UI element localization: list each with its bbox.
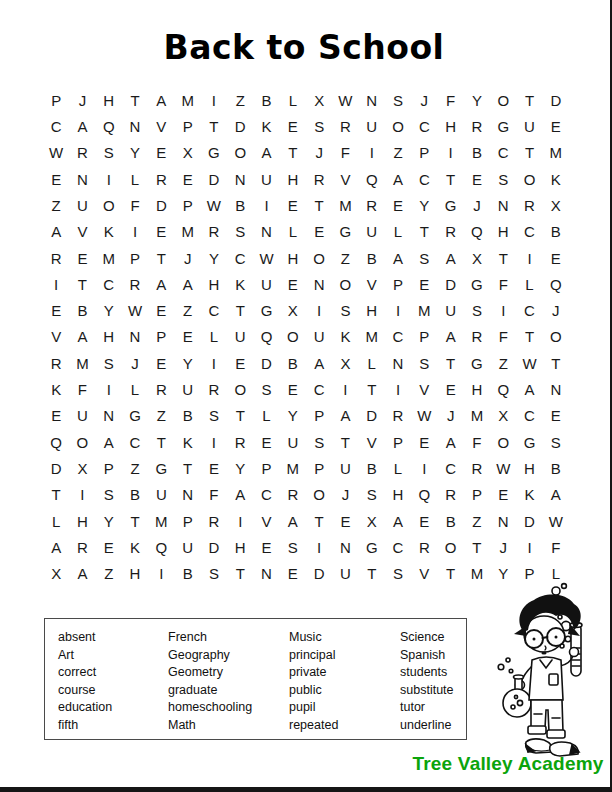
grid-cell-r15c3[interactable]: P xyxy=(96,455,122,481)
grid-cell-r1c5[interactable]: A xyxy=(148,87,174,113)
grid-cell-r5c20[interactable]: X xyxy=(543,192,569,218)
grid-cell-r10c5[interactable]: P xyxy=(148,324,174,350)
grid-cell-r10c4[interactable]: N xyxy=(122,324,148,350)
grid-cell-r5c19[interactable]: R xyxy=(516,192,542,218)
grid-cell-r16c3[interactable]: S xyxy=(96,482,122,508)
grid-cell-r13c14[interactable]: R xyxy=(385,403,411,429)
grid-cell-r19c6[interactable]: B xyxy=(174,561,200,587)
grid-cell-r10c8[interactable]: U xyxy=(227,324,253,350)
grid-cell-r6c20[interactable]: B xyxy=(543,219,569,245)
grid-cell-r19c1[interactable]: X xyxy=(43,561,69,587)
grid-cell-r5c12[interactable]: M xyxy=(332,192,358,218)
grid-cell-r2c8[interactable]: D xyxy=(227,113,253,139)
grid-cell-r15c9[interactable]: P xyxy=(253,455,279,481)
grid-cell-r3c16[interactable]: I xyxy=(437,140,463,166)
grid-cell-r5c18[interactable]: N xyxy=(490,192,516,218)
grid-cell-r15c16[interactable]: C xyxy=(437,455,463,481)
grid-cell-r12c4[interactable]: L xyxy=(122,376,148,402)
grid-cell-r4c2[interactable]: N xyxy=(69,166,95,192)
grid-cell-r9c1[interactable]: E xyxy=(43,298,69,324)
grid-cell-r14c5[interactable]: T xyxy=(148,429,174,455)
grid-cell-r11c9[interactable]: D xyxy=(253,350,279,376)
grid-cell-r17c12[interactable]: E xyxy=(332,508,358,534)
grid-cell-r6c7[interactable]: R xyxy=(201,219,227,245)
grid-cell-r2c13[interactable]: U xyxy=(359,113,385,139)
grid-cell-r18c14[interactable]: C xyxy=(385,534,411,560)
grid-cell-r5c10[interactable]: E xyxy=(280,192,306,218)
grid-cell-r6c12[interactable]: G xyxy=(332,219,358,245)
grid-cell-r14c20[interactable]: S xyxy=(543,429,569,455)
grid-cell-r15c12[interactable]: U xyxy=(332,455,358,481)
grid-cell-r18c2[interactable]: R xyxy=(69,534,95,560)
grid-cell-r8c6[interactable]: A xyxy=(174,271,200,297)
grid-cell-r15c4[interactable]: Z xyxy=(122,455,148,481)
grid-cell-r7c13[interactable]: B xyxy=(359,245,385,271)
grid-cell-r9c15[interactable]: M xyxy=(411,298,437,324)
grid-cell-r13c19[interactable]: C xyxy=(516,403,542,429)
grid-cell-r6c1[interactable]: A xyxy=(43,219,69,245)
grid-cell-r4c17[interactable]: E xyxy=(464,166,490,192)
grid-cell-r16c11[interactable]: O xyxy=(306,482,332,508)
grid-cell-r2c1[interactable]: C xyxy=(43,113,69,139)
grid-cell-r3c2[interactable]: R xyxy=(69,140,95,166)
grid-cell-r2c9[interactable]: K xyxy=(253,113,279,139)
grid-cell-r3c4[interactable]: Y xyxy=(122,140,148,166)
grid-cell-r10c19[interactable]: T xyxy=(516,324,542,350)
grid-cell-r9c9[interactable]: G xyxy=(253,298,279,324)
grid-cell-r18c17[interactable]: T xyxy=(464,534,490,560)
grid-cell-r18c19[interactable]: I xyxy=(516,534,542,560)
grid-cell-r19c7[interactable]: S xyxy=(201,561,227,587)
grid-cell-r5c17[interactable]: J xyxy=(464,192,490,218)
grid-cell-r16c13[interactable]: S xyxy=(359,482,385,508)
grid-cell-r18c4[interactable]: K xyxy=(122,534,148,560)
grid-cell-r15c5[interactable]: G xyxy=(148,455,174,481)
grid-cell-r13c3[interactable]: N xyxy=(96,403,122,429)
grid-cell-r10c9[interactable]: Q xyxy=(253,324,279,350)
grid-cell-r1c11[interactable]: X xyxy=(306,87,332,113)
grid-cell-r8c18[interactable]: F xyxy=(490,271,516,297)
grid-cell-r12c13[interactable]: T xyxy=(359,376,385,402)
grid-cell-r8c19[interactable]: L xyxy=(516,271,542,297)
grid-cell-r4c12[interactable]: V xyxy=(332,166,358,192)
grid-cell-r14c17[interactable]: F xyxy=(464,429,490,455)
grid-cell-r6c14[interactable]: L xyxy=(385,219,411,245)
grid-cell-r11c1[interactable]: R xyxy=(43,350,69,376)
grid-cell-r11c6[interactable]: Y xyxy=(174,350,200,376)
grid-cell-r15c20[interactable]: B xyxy=(543,455,569,481)
grid-cell-r14c19[interactable]: G xyxy=(516,429,542,455)
grid-cell-r2c18[interactable]: G xyxy=(490,113,516,139)
grid-cell-r4c19[interactable]: O xyxy=(516,166,542,192)
grid-cell-r1c9[interactable]: B xyxy=(253,87,279,113)
grid-cell-r6c17[interactable]: Q xyxy=(464,219,490,245)
grid-cell-r17c19[interactable]: D xyxy=(516,508,542,534)
grid-cell-r17c4[interactable]: T xyxy=(122,508,148,534)
grid-cell-r13c5[interactable]: Z xyxy=(148,403,174,429)
grid-cell-r1c7[interactable]: I xyxy=(201,87,227,113)
grid-cell-r2c10[interactable]: E xyxy=(280,113,306,139)
grid-cell-r3c7[interactable]: G xyxy=(201,140,227,166)
grid-cell-r4c15[interactable]: C xyxy=(411,166,437,192)
grid-cell-r3c11[interactable]: J xyxy=(306,140,332,166)
grid-cell-r11c5[interactable]: E xyxy=(148,350,174,376)
grid-cell-r12c8[interactable]: O xyxy=(227,376,253,402)
grid-cell-r5c7[interactable]: W xyxy=(201,192,227,218)
grid-cell-r12c9[interactable]: S xyxy=(253,376,279,402)
grid-cell-r9c18[interactable]: I xyxy=(490,298,516,324)
grid-cell-r12c16[interactable]: E xyxy=(437,376,463,402)
grid-cell-r2c15[interactable]: C xyxy=(411,113,437,139)
grid-cell-r4c8[interactable]: N xyxy=(227,166,253,192)
grid-cell-r7c3[interactable]: M xyxy=(96,245,122,271)
grid-cell-r10c3[interactable]: H xyxy=(96,324,122,350)
grid-cell-r5c8[interactable]: B xyxy=(227,192,253,218)
grid-cell-r12c20[interactable]: N xyxy=(543,376,569,402)
grid-cell-r12c12[interactable]: I xyxy=(332,376,358,402)
grid-cell-r18c11[interactable]: I xyxy=(306,534,332,560)
grid-cell-r13c6[interactable]: B xyxy=(174,403,200,429)
grid-cell-r16c16[interactable]: R xyxy=(437,482,463,508)
grid-cell-r9c13[interactable]: H xyxy=(359,298,385,324)
grid-cell-r5c5[interactable]: D xyxy=(148,192,174,218)
grid-cell-r1c14[interactable]: S xyxy=(385,87,411,113)
grid-cell-r1c17[interactable]: Y xyxy=(464,87,490,113)
grid-cell-r16c18[interactable]: E xyxy=(490,482,516,508)
grid-cell-r2c11[interactable]: S xyxy=(306,113,332,139)
grid-cell-r8c13[interactable]: V xyxy=(359,271,385,297)
grid-cell-r11c3[interactable]: S xyxy=(96,350,122,376)
grid-cell-r17c15[interactable]: E xyxy=(411,508,437,534)
grid-cell-r11c8[interactable]: E xyxy=(227,350,253,376)
grid-cell-r2c19[interactable]: U xyxy=(516,113,542,139)
grid-cell-r18c16[interactable]: O xyxy=(437,534,463,560)
grid-cell-r16c10[interactable]: R xyxy=(280,482,306,508)
grid-cell-r11c12[interactable]: X xyxy=(332,350,358,376)
grid-cell-r8c3[interactable]: C xyxy=(96,271,122,297)
grid-cell-r6c15[interactable]: T xyxy=(411,219,437,245)
grid-cell-r4c16[interactable]: T xyxy=(437,166,463,192)
grid-cell-r15c18[interactable]: W xyxy=(490,455,516,481)
grid-cell-r12c1[interactable]: K xyxy=(43,376,69,402)
grid-cell-r8c8[interactable]: K xyxy=(227,271,253,297)
grid-cell-r19c5[interactable]: I xyxy=(148,561,174,587)
grid-cell-r9c20[interactable]: J xyxy=(543,298,569,324)
grid-cell-r18c10[interactable]: S xyxy=(280,534,306,560)
grid-cell-r12c6[interactable]: U xyxy=(174,376,200,402)
grid-cell-r8c4[interactable]: R xyxy=(122,271,148,297)
grid-cell-r2c4[interactable]: N xyxy=(122,113,148,139)
grid-cell-r11c11[interactable]: A xyxy=(306,350,332,376)
grid-cell-r11c13[interactable]: L xyxy=(359,350,385,376)
grid-cell-r11c4[interactable]: J xyxy=(122,350,148,376)
grid-cell-r3c3[interactable]: S xyxy=(96,140,122,166)
grid-cell-r16c6[interactable]: N xyxy=(174,482,200,508)
grid-cell-r10c16[interactable]: A xyxy=(437,324,463,350)
grid-cell-r16c15[interactable]: Q xyxy=(411,482,437,508)
grid-cell-r14c1[interactable]: Q xyxy=(43,429,69,455)
grid-cell-r4c3[interactable]: I xyxy=(96,166,122,192)
grid-cell-r17c7[interactable]: R xyxy=(201,508,227,534)
grid-cell-r7c14[interactable]: A xyxy=(385,245,411,271)
grid-cell-r12c11[interactable]: C xyxy=(306,376,332,402)
grid-cell-r16c14[interactable]: H xyxy=(385,482,411,508)
grid-cell-r3c13[interactable]: I xyxy=(359,140,385,166)
grid-cell-r8c14[interactable]: P xyxy=(385,271,411,297)
grid-cell-r19c4[interactable]: H xyxy=(122,561,148,587)
grid-cell-r11c19[interactable]: W xyxy=(516,350,542,376)
grid-cell-r4c18[interactable]: S xyxy=(490,166,516,192)
grid-cell-r6c9[interactable]: N xyxy=(253,219,279,245)
grid-cell-r7c17[interactable]: X xyxy=(464,245,490,271)
grid-cell-r7c1[interactable]: R xyxy=(43,245,69,271)
grid-cell-r11c16[interactable]: T xyxy=(437,350,463,376)
grid-cell-r8c15[interactable]: E xyxy=(411,271,437,297)
grid-cell-r4c6[interactable]: E xyxy=(174,166,200,192)
grid-cell-r6c10[interactable]: L xyxy=(280,219,306,245)
grid-cell-r1c12[interactable]: W xyxy=(332,87,358,113)
grid-cell-r3c15[interactable]: P xyxy=(411,140,437,166)
grid-cell-r18c3[interactable]: E xyxy=(96,534,122,560)
grid-cell-r6c8[interactable]: S xyxy=(227,219,253,245)
grid-cell-r3c17[interactable]: B xyxy=(464,140,490,166)
grid-cell-r14c16[interactable]: A xyxy=(437,429,463,455)
grid-cell-r7c7[interactable]: Y xyxy=(201,245,227,271)
grid-cell-r19c2[interactable]: A xyxy=(69,561,95,587)
grid-cell-r6c11[interactable]: E xyxy=(306,219,332,245)
grid-cell-r6c3[interactable]: K xyxy=(96,219,122,245)
grid-cell-r3c18[interactable]: C xyxy=(490,140,516,166)
grid-cell-r5c4[interactable]: F xyxy=(122,192,148,218)
grid-cell-r11c2[interactable]: M xyxy=(69,350,95,376)
grid-cell-r4c20[interactable]: K xyxy=(543,166,569,192)
grid-cell-r2c17[interactable]: R xyxy=(464,113,490,139)
grid-cell-r13c2[interactable]: U xyxy=(69,403,95,429)
grid-cell-r13c17[interactable]: M xyxy=(464,403,490,429)
grid-cell-r12c10[interactable]: E xyxy=(280,376,306,402)
grid-cell-r4c1[interactable]: E xyxy=(43,166,69,192)
grid-cell-r3c9[interactable]: A xyxy=(253,140,279,166)
grid-cell-r7c11[interactable]: O xyxy=(306,245,332,271)
grid-cell-r13c8[interactable]: T xyxy=(227,403,253,429)
grid-cell-r14c2[interactable]: O xyxy=(69,429,95,455)
grid-cell-r8c7[interactable]: H xyxy=(201,271,227,297)
grid-cell-r1c19[interactable]: T xyxy=(516,87,542,113)
grid-cell-r10c11[interactable]: U xyxy=(306,324,332,350)
grid-cell-r14c3[interactable]: A xyxy=(96,429,122,455)
grid-cell-r15c8[interactable]: Y xyxy=(227,455,253,481)
grid-cell-r7c10[interactable]: H xyxy=(280,245,306,271)
grid-cell-r11c7[interactable]: I xyxy=(201,350,227,376)
grid-cell-r13c16[interactable]: J xyxy=(437,403,463,429)
grid-cell-r1c3[interactable]: H xyxy=(96,87,122,113)
grid-cell-r5c16[interactable]: G xyxy=(437,192,463,218)
grid-cell-r19c10[interactable]: E xyxy=(280,561,306,587)
grid-cell-r14c10[interactable]: U xyxy=(280,429,306,455)
grid-cell-r16c12[interactable]: J xyxy=(332,482,358,508)
grid-cell-r9c6[interactable]: Z xyxy=(174,298,200,324)
grid-cell-r7c6[interactable]: J xyxy=(174,245,200,271)
grid-cell-r17c6[interactable]: P xyxy=(174,508,200,534)
grid-cell-r5c3[interactable]: O xyxy=(96,192,122,218)
grid-cell-r9c8[interactable]: T xyxy=(227,298,253,324)
grid-cell-r2c20[interactable]: E xyxy=(543,113,569,139)
grid-cell-r13c11[interactable]: P xyxy=(306,403,332,429)
grid-cell-r10c20[interactable]: O xyxy=(543,324,569,350)
grid-cell-r2c5[interactable]: V xyxy=(148,113,174,139)
grid-cell-r5c6[interactable]: P xyxy=(174,192,200,218)
grid-cell-r15c2[interactable]: X xyxy=(69,455,95,481)
grid-cell-r10c12[interactable]: K xyxy=(332,324,358,350)
grid-cell-r14c12[interactable]: T xyxy=(332,429,358,455)
grid-cell-r8c20[interactable]: Q xyxy=(543,271,569,297)
grid-cell-r12c17[interactable]: H xyxy=(464,376,490,402)
grid-cell-r7c19[interactable]: I xyxy=(516,245,542,271)
grid-cell-r13c15[interactable]: W xyxy=(411,403,437,429)
grid-cell-r1c13[interactable]: N xyxy=(359,87,385,113)
grid-cell-r2c14[interactable]: O xyxy=(385,113,411,139)
grid-cell-r7c9[interactable]: W xyxy=(253,245,279,271)
grid-cell-r11c20[interactable]: T xyxy=(543,350,569,376)
grid-cell-r17c10[interactable]: A xyxy=(280,508,306,534)
grid-cell-r10c13[interactable]: M xyxy=(359,324,385,350)
grid-cell-r18c8[interactable]: H xyxy=(227,534,253,560)
grid-cell-r16c20[interactable]: A xyxy=(543,482,569,508)
grid-cell-r12c14[interactable]: I xyxy=(385,376,411,402)
grid-cell-r16c9[interactable]: C xyxy=(253,482,279,508)
grid-cell-r7c8[interactable]: C xyxy=(227,245,253,271)
grid-cell-r18c13[interactable]: G xyxy=(359,534,385,560)
grid-cell-r2c2[interactable]: A xyxy=(69,113,95,139)
grid-cell-r9c4[interactable]: W xyxy=(122,298,148,324)
grid-cell-r9c12[interactable]: S xyxy=(332,298,358,324)
grid-cell-r17c3[interactable]: Y xyxy=(96,508,122,534)
grid-cell-r3c19[interactable]: T xyxy=(516,140,542,166)
grid-cell-r10c6[interactable]: E xyxy=(174,324,200,350)
grid-cell-r18c18[interactable]: J xyxy=(490,534,516,560)
grid-cell-r1c2[interactable]: J xyxy=(69,87,95,113)
grid-cell-r19c3[interactable]: Z xyxy=(96,561,122,587)
grid-cell-r1c6[interactable]: M xyxy=(174,87,200,113)
grid-cell-r8c17[interactable]: G xyxy=(464,271,490,297)
grid-cell-r14c14[interactable]: P xyxy=(385,429,411,455)
grid-cell-r17c5[interactable]: M xyxy=(148,508,174,534)
grid-cell-r9c3[interactable]: Y xyxy=(96,298,122,324)
grid-cell-r8c5[interactable]: A xyxy=(148,271,174,297)
grid-cell-r10c2[interactable]: A xyxy=(69,324,95,350)
grid-cell-r5c15[interactable]: Y xyxy=(411,192,437,218)
grid-cell-r4c7[interactable]: D xyxy=(201,166,227,192)
grid-cell-r14c15[interactable]: E xyxy=(411,429,437,455)
grid-cell-r10c7[interactable]: L xyxy=(201,324,227,350)
grid-cell-r12c19[interactable]: A xyxy=(516,376,542,402)
grid-cell-r17c20[interactable]: W xyxy=(543,508,569,534)
grid-cell-r8c10[interactable]: E xyxy=(280,271,306,297)
grid-cell-r9c14[interactable]: I xyxy=(385,298,411,324)
grid-cell-r8c1[interactable]: I xyxy=(43,271,69,297)
grid-cell-r9c19[interactable]: C xyxy=(516,298,542,324)
grid-cell-r16c8[interactable]: A xyxy=(227,482,253,508)
grid-cell-r9c7[interactable]: C xyxy=(201,298,227,324)
grid-cell-r5c1[interactable]: Z xyxy=(43,192,69,218)
grid-cell-r13c7[interactable]: S xyxy=(201,403,227,429)
grid-cell-r18c12[interactable]: N xyxy=(332,534,358,560)
grid-cell-r17c8[interactable]: I xyxy=(227,508,253,534)
grid-cell-r4c11[interactable]: R xyxy=(306,166,332,192)
grid-cell-r15c13[interactable]: B xyxy=(359,455,385,481)
grid-cell-r1c1[interactable]: P xyxy=(43,87,69,113)
grid-cell-r9c16[interactable]: U xyxy=(437,298,463,324)
grid-cell-r16c17[interactable]: P xyxy=(464,482,490,508)
grid-cell-r17c16[interactable]: B xyxy=(437,508,463,534)
grid-cell-r17c14[interactable]: A xyxy=(385,508,411,534)
grid-cell-r3c5[interactable]: E xyxy=(148,140,174,166)
grid-cell-r2c3[interactable]: Q xyxy=(96,113,122,139)
grid-cell-r15c1[interactable]: D xyxy=(43,455,69,481)
grid-cell-r12c3[interactable]: I xyxy=(96,376,122,402)
grid-cell-r17c11[interactable]: T xyxy=(306,508,332,534)
grid-cell-r10c17[interactable]: R xyxy=(464,324,490,350)
grid-cell-r2c7[interactable]: T xyxy=(201,113,227,139)
grid-cell-r11c10[interactable]: B xyxy=(280,350,306,376)
grid-cell-r7c12[interactable]: Z xyxy=(332,245,358,271)
grid-cell-r4c14[interactable]: A xyxy=(385,166,411,192)
grid-cell-r17c17[interactable]: Z xyxy=(464,508,490,534)
grid-cell-r5c13[interactable]: R xyxy=(359,192,385,218)
grid-cell-r8c12[interactable]: O xyxy=(332,271,358,297)
grid-cell-r16c7[interactable]: F xyxy=(201,482,227,508)
grid-cell-r7c2[interactable]: E xyxy=(69,245,95,271)
grid-cell-r3c6[interactable]: X xyxy=(174,140,200,166)
grid-cell-r15c15[interactable]: I xyxy=(411,455,437,481)
grid-cell-r4c9[interactable]: U xyxy=(253,166,279,192)
grid-cell-r10c1[interactable]: V xyxy=(43,324,69,350)
grid-cell-r3c1[interactable]: W xyxy=(43,140,69,166)
grid-cell-r15c10[interactable]: M xyxy=(280,455,306,481)
grid-cell-r19c13[interactable]: T xyxy=(359,561,385,587)
grid-cell-r1c4[interactable]: T xyxy=(122,87,148,113)
grid-cell-r10c10[interactable]: O xyxy=(280,324,306,350)
grid-cell-r5c2[interactable]: U xyxy=(69,192,95,218)
grid-cell-r4c13[interactable]: Q xyxy=(359,166,385,192)
grid-cell-r7c16[interactable]: A xyxy=(437,245,463,271)
grid-cell-r17c1[interactable]: L xyxy=(43,508,69,534)
grid-cell-r3c12[interactable]: F xyxy=(332,140,358,166)
grid-cell-r18c15[interactable]: R xyxy=(411,534,437,560)
grid-cell-r17c13[interactable]: X xyxy=(359,508,385,534)
grid-cell-r7c4[interactable]: P xyxy=(122,245,148,271)
grid-cell-r14c4[interactable]: C xyxy=(122,429,148,455)
grid-cell-r14c11[interactable]: S xyxy=(306,429,332,455)
grid-cell-r13c1[interactable]: E xyxy=(43,403,69,429)
grid-cell-r15c6[interactable]: T xyxy=(174,455,200,481)
grid-cell-r6c16[interactable]: R xyxy=(437,219,463,245)
grid-cell-r2c16[interactable]: H xyxy=(437,113,463,139)
grid-cell-r12c18[interactable]: Q xyxy=(490,376,516,402)
grid-cell-r4c5[interactable]: R xyxy=(148,166,174,192)
grid-cell-r14c9[interactable]: E xyxy=(253,429,279,455)
grid-cell-r13c12[interactable]: A xyxy=(332,403,358,429)
grid-cell-r3c14[interactable]: Z xyxy=(385,140,411,166)
grid-cell-r8c2[interactable]: T xyxy=(69,271,95,297)
grid-cell-r19c8[interactable]: T xyxy=(227,561,253,587)
grid-cell-r10c14[interactable]: C xyxy=(385,324,411,350)
grid-cell-r13c20[interactable]: E xyxy=(543,403,569,429)
grid-cell-r12c2[interactable]: F xyxy=(69,376,95,402)
grid-cell-r16c5[interactable]: U xyxy=(148,482,174,508)
grid-cell-r10c18[interactable]: F xyxy=(490,324,516,350)
grid-cell-r14c7[interactable]: I xyxy=(201,429,227,455)
